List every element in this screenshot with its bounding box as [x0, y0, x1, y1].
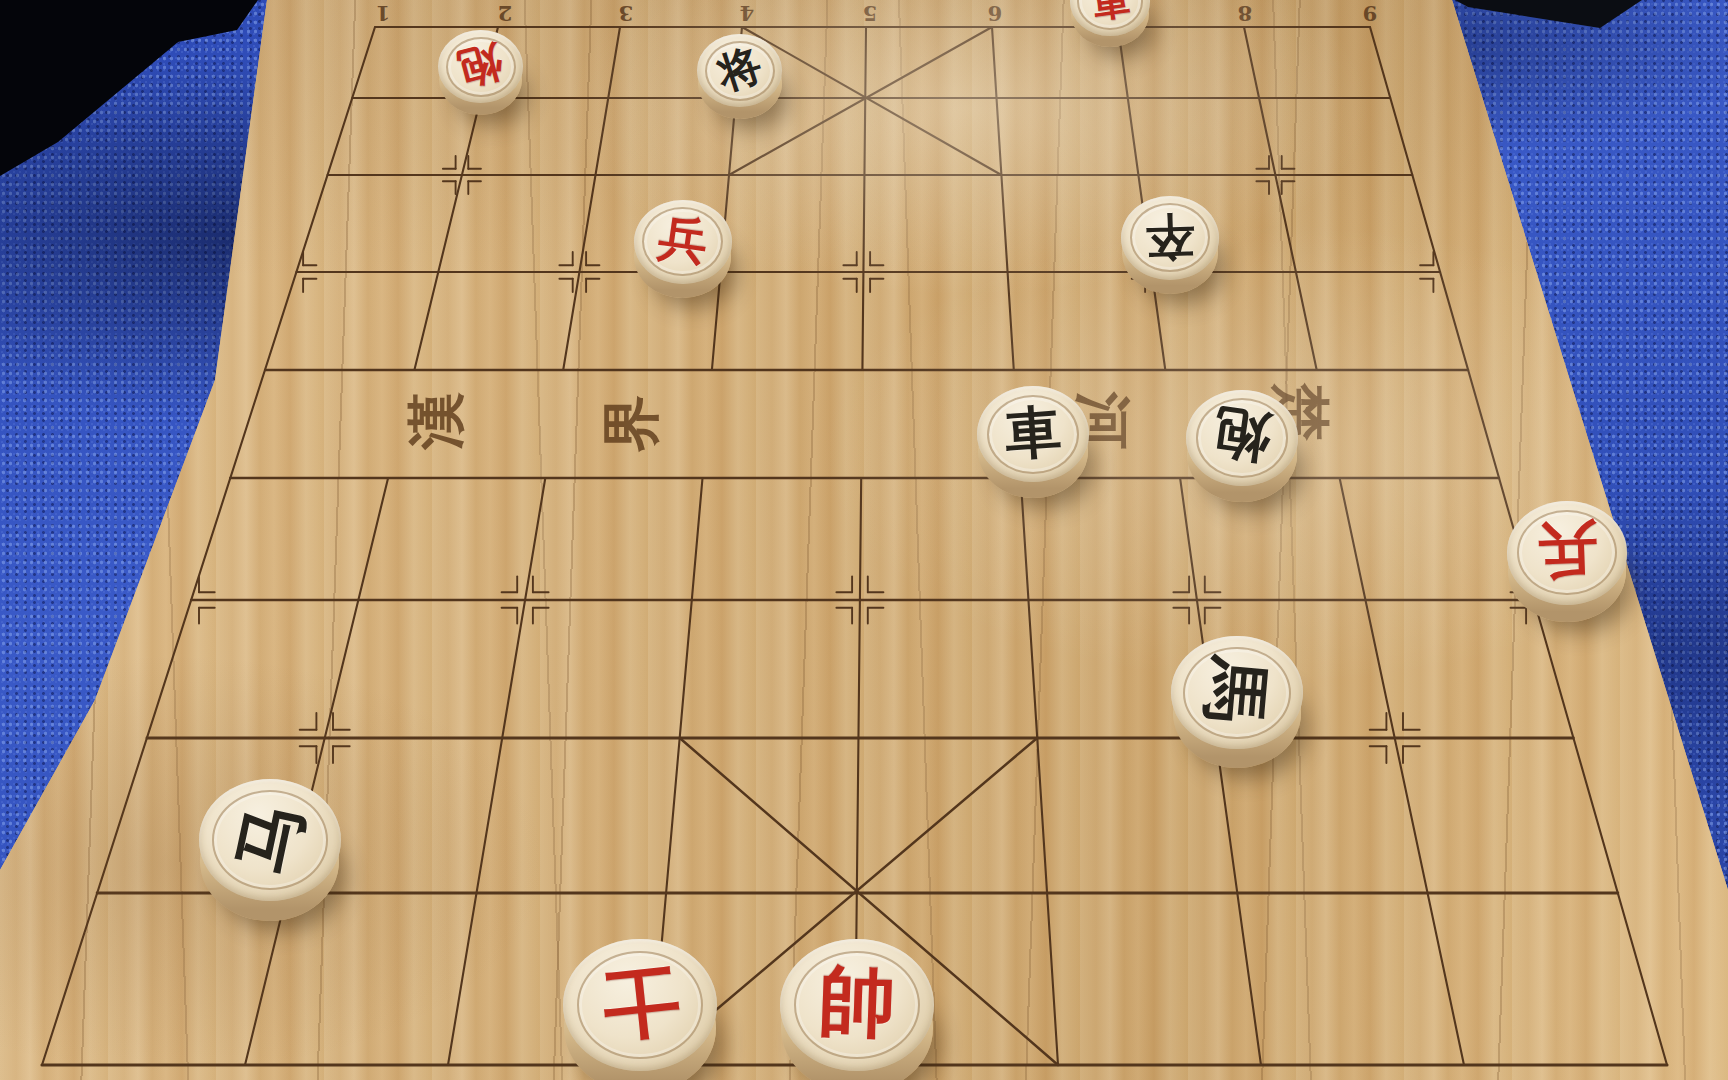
file-label-8: 8 — [1238, 1, 1253, 26]
piece-red-soldier-a[interactable]: 兵 — [634, 200, 732, 298]
piece-character: 炮 — [1183, 400, 1302, 471]
piece-character: 帥 — [779, 961, 936, 1043]
piece-character: 马 — [220, 760, 319, 914]
file-label-6: 6 — [988, 1, 1003, 26]
piece-top-face: 炮 — [1186, 390, 1298, 487]
file-label-3: 3 — [619, 1, 634, 26]
piece-character: 士 — [559, 955, 720, 1048]
file-label-5: 5 — [863, 1, 878, 26]
piece-character: 卒 — [1120, 210, 1219, 262]
piece-top-face: 兵 — [1507, 501, 1628, 605]
piece-character: 炮 — [434, 33, 527, 97]
piece-black-chariot[interactable]: 車 — [977, 386, 1089, 498]
piece-character: 車 — [1067, 0, 1152, 25]
piece-character: 兵 — [631, 209, 735, 271]
piece-top-face: 車 — [977, 386, 1089, 482]
file-label-1: 1 — [376, 1, 391, 26]
piece-top-face: 马 — [199, 779, 341, 901]
piece-top-face: 卒 — [1121, 196, 1219, 280]
piece-character: 将 — [692, 35, 787, 102]
river-char-漢: 漢 — [398, 392, 476, 450]
photo-stage: 123456789 漢界河楚 車炮将兵卒車炮兵馬马士帥 — [0, 0, 1728, 1080]
piece-black-cannon[interactable]: 炮 — [1186, 390, 1298, 502]
piece-red-chariot[interactable]: 車 — [1070, 0, 1150, 47]
piece-black-soldier[interactable]: 卒 — [1121, 196, 1219, 294]
piece-top-face: 帥 — [780, 939, 934, 1072]
piece-red-advisor[interactable]: 士 — [563, 939, 717, 1080]
file-label-4: 4 — [740, 1, 755, 26]
piece-top-face: 馬 — [1171, 636, 1302, 749]
file-label-9: 9 — [1363, 1, 1378, 26]
piece-top-face: 士 — [563, 939, 717, 1072]
river-char-界: 界 — [593, 394, 671, 452]
piece-character: 馬 — [1198, 622, 1275, 758]
piece-character: 兵 — [1505, 518, 1628, 582]
piece-red-soldier-b[interactable]: 兵 — [1507, 501, 1628, 622]
piece-red-general[interactable]: 帥 — [780, 939, 934, 1080]
file-label-2: 2 — [498, 1, 513, 26]
piece-character: 車 — [975, 400, 1091, 464]
piece-black-general[interactable]: 将 — [697, 34, 782, 119]
piece-top-face: 兵 — [634, 200, 732, 284]
piece-black-horse-b[interactable]: 马 — [199, 779, 341, 921]
piece-red-cannon[interactable]: 炮 — [438, 30, 523, 115]
piece-black-horse-a[interactable]: 馬 — [1171, 636, 1302, 767]
